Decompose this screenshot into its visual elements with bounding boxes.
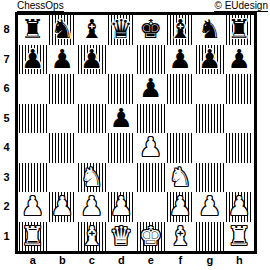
white-knight-f3: ♞ <box>166 163 196 193</box>
black-rook-h8: ♜ <box>226 15 254 45</box>
white-pawn-c2: ♟ <box>77 192 107 222</box>
square-a5[interactable] <box>18 104 48 134</box>
square-h3[interactable] <box>225 163 255 193</box>
square-a8[interactable]: ♜ <box>18 15 48 45</box>
square-h7[interactable]: ♟ <box>225 45 255 75</box>
square-a2[interactable]: ♟ <box>18 192 48 222</box>
square-h1[interactable]: ♜ <box>225 222 255 252</box>
square-f3[interactable]: ♞ <box>166 163 196 193</box>
black-knight-g8: ♞ <box>195 15 225 45</box>
black-pawn-g7: ♟ <box>196 45 224 75</box>
file-label-f: f <box>166 253 196 268</box>
rank-label-8: 8 <box>0 15 13 45</box>
square-h5[interactable] <box>225 104 255 134</box>
black-pawn-h7: ♟ <box>225 45 255 75</box>
square-e2[interactable] <box>136 192 166 222</box>
white-rook-a1: ♜ <box>19 222 47 252</box>
black-pawn-a7: ♟ <box>19 45 47 75</box>
square-h4[interactable] <box>225 133 255 163</box>
square-d5[interactable]: ♟ <box>107 104 137 134</box>
app-title: ChessOps <box>17 0 64 12</box>
square-b7[interactable]: ♟ <box>48 45 78 75</box>
square-b4[interactable] <box>48 133 78 163</box>
square-g1[interactable] <box>195 222 225 252</box>
black-pawn-f7: ♟ <box>166 45 196 75</box>
square-f8[interactable]: ♝ <box>166 15 196 45</box>
white-bishop-c1: ♝ <box>78 222 106 252</box>
board: ♜♞♝♛♚♝♞♜♟♟♟♟♟♟♟♟♟♞♞♟♟♟♟♟♟♟♜♝♛♚♝♜ <box>15 12 257 254</box>
square-g4[interactable] <box>195 133 225 163</box>
rank-label-6: 6 <box>0 74 13 104</box>
square-e6[interactable]: ♟ <box>136 74 166 104</box>
square-g8[interactable]: ♞ <box>195 15 225 45</box>
square-e4[interactable]: ♟ <box>136 133 166 163</box>
square-d4[interactable] <box>107 133 137 163</box>
square-f2[interactable]: ♟ <box>166 192 196 222</box>
square-b3[interactable] <box>48 163 78 193</box>
square-d3[interactable] <box>107 163 137 193</box>
rank-labels: 87654321 <box>0 15 13 251</box>
rank-label-5: 5 <box>0 104 13 134</box>
square-c3[interactable]: ♞ <box>77 163 107 193</box>
square-g7[interactable]: ♟ <box>195 45 225 75</box>
white-king-e1: ♚ <box>137 222 165 252</box>
rank-label-7: 7 <box>0 45 13 75</box>
square-c2[interactable]: ♟ <box>77 192 107 222</box>
square-a7[interactable]: ♟ <box>18 45 48 75</box>
square-c6[interactable] <box>77 74 107 104</box>
black-queen-d8: ♛ <box>108 15 136 45</box>
square-b1[interactable] <box>48 222 78 252</box>
file-label-b: b <box>48 253 78 268</box>
square-g6[interactable] <box>195 74 225 104</box>
file-labels: abcdefgh <box>18 253 254 268</box>
square-f7[interactable]: ♟ <box>166 45 196 75</box>
file-label-c: c <box>77 253 107 268</box>
square-d2[interactable]: ♟ <box>107 192 137 222</box>
square-h6[interactable] <box>225 74 255 104</box>
square-f6[interactable] <box>166 74 196 104</box>
square-c1[interactable]: ♝ <box>77 222 107 252</box>
file-label-g: g <box>195 253 225 268</box>
rank-label-4: 4 <box>0 133 13 163</box>
white-queen-d1: ♛ <box>107 222 137 252</box>
black-pawn-e6: ♟ <box>136 74 166 104</box>
square-a1[interactable]: ♜ <box>18 222 48 252</box>
square-f1[interactable]: ♝ <box>166 222 196 252</box>
square-d7[interactable] <box>107 45 137 75</box>
square-g2[interactable]: ♟ <box>195 192 225 222</box>
rank-label-1: 1 <box>0 222 13 252</box>
square-g3[interactable] <box>195 163 225 193</box>
square-h2[interactable]: ♟ <box>225 192 255 222</box>
square-c4[interactable] <box>77 133 107 163</box>
black-pawn-d5: ♟ <box>107 104 137 134</box>
square-b5[interactable] <box>48 104 78 134</box>
black-pawn-c7: ♟ <box>78 45 106 75</box>
file-label-a: a <box>18 253 48 268</box>
copyright-text: © EUdesign <box>214 0 268 12</box>
square-f4[interactable] <box>166 133 196 163</box>
square-d6[interactable] <box>107 74 137 104</box>
black-knight-b8: ♞ <box>49 15 77 45</box>
black-rook-a8: ♜ <box>18 15 48 45</box>
square-e8[interactable]: ♚ <box>136 15 166 45</box>
square-a3[interactable] <box>18 163 48 193</box>
rank-label-2: 2 <box>0 192 13 222</box>
white-knight-c3: ♞ <box>78 163 106 193</box>
white-pawn-g2: ♟ <box>195 192 225 222</box>
square-e1[interactable]: ♚ <box>136 222 166 252</box>
square-b8[interactable]: ♞ <box>48 15 78 45</box>
white-pawn-h2: ♟ <box>226 192 254 222</box>
white-pawn-d2: ♟ <box>108 192 136 222</box>
black-king-e8: ♚ <box>136 15 166 45</box>
file-label-e: e <box>136 253 166 268</box>
square-e7[interactable] <box>136 45 166 75</box>
white-bishop-f1: ♝ <box>166 222 196 252</box>
square-e5[interactable] <box>136 104 166 134</box>
square-b6[interactable] <box>48 74 78 104</box>
square-d1[interactable]: ♛ <box>107 222 137 252</box>
file-label-h: h <box>225 253 255 268</box>
square-c5[interactable] <box>77 104 107 134</box>
square-d8[interactable]: ♛ <box>107 15 137 45</box>
square-g5[interactable] <box>195 104 225 134</box>
square-c7[interactable]: ♟ <box>77 45 107 75</box>
file-label-d: d <box>107 253 137 268</box>
white-pawn-e4: ♟ <box>136 133 166 163</box>
rank-label-3: 3 <box>0 163 13 193</box>
square-h8[interactable]: ♜ <box>225 15 255 45</box>
white-pawn-f2: ♟ <box>167 192 195 222</box>
square-b2[interactable]: ♟ <box>48 192 78 222</box>
black-bishop-f8: ♝ <box>167 15 195 45</box>
black-pawn-b7: ♟ <box>48 45 78 75</box>
square-e3[interactable] <box>136 163 166 193</box>
square-c8[interactable]: ♝ <box>77 15 107 45</box>
black-bishop-c8: ♝ <box>77 15 107 45</box>
white-pawn-a2: ♟ <box>18 192 48 222</box>
square-f5[interactable] <box>166 104 196 134</box>
white-pawn-b2: ♟ <box>49 192 77 222</box>
white-rook-h1: ♜ <box>225 222 255 252</box>
square-a4[interactable] <box>18 133 48 163</box>
square-a6[interactable] <box>18 74 48 104</box>
